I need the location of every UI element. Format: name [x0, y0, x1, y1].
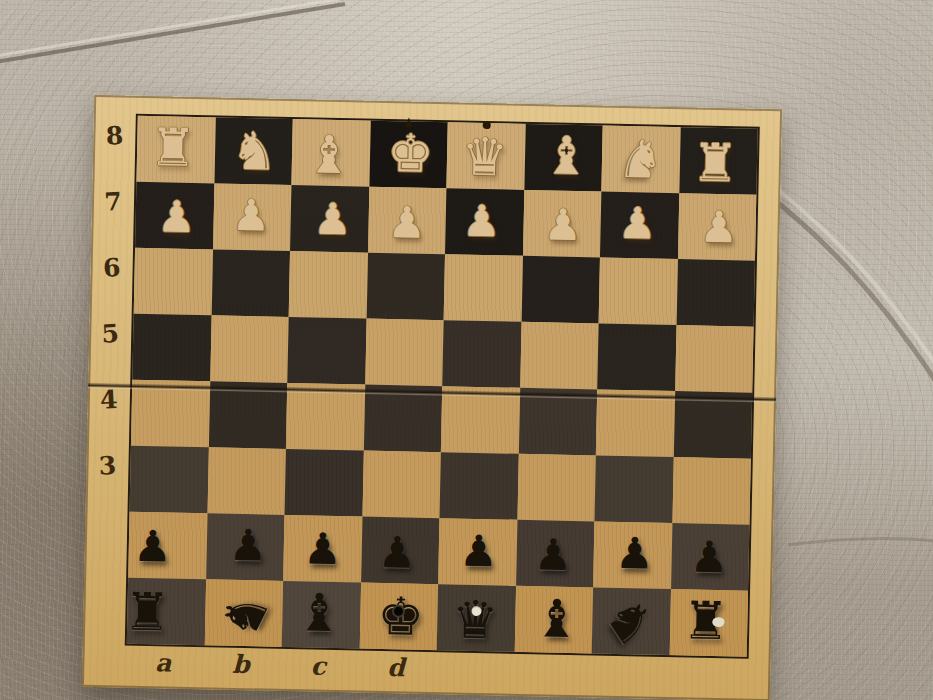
square-b7[interactable]: ♟	[213, 183, 292, 251]
square-g6[interactable]	[599, 257, 678, 325]
chess-board: ♜♞♝♚♛♝♞♜♟♟♟♟♟♟♟♟♟♟♟♟♟♟♟♟♜♞♝♚♛♝♞♜ 876543 …	[82, 95, 782, 700]
square-f8[interactable]: ♝	[524, 124, 603, 192]
square-b6[interactable]	[211, 249, 290, 317]
rank-label-3: 3	[94, 451, 121, 481]
piece-white-pawn[interactable]: ♟	[699, 205, 738, 249]
square-c2[interactable]: ♟	[283, 515, 362, 583]
square-c7[interactable]: ♟	[290, 185, 369, 253]
piece-white-pawn[interactable]: ♟	[231, 193, 270, 237]
square-d5[interactable]	[365, 319, 444, 387]
file-label-b: b	[226, 650, 257, 680]
piece-white-knight[interactable]: ♞	[617, 133, 665, 186]
piece-black-king[interactable]: ♚	[377, 590, 425, 643]
square-c3[interactable]	[285, 449, 364, 517]
square-f5[interactable]	[520, 322, 599, 390]
piece-white-king[interactable]: ♚	[387, 127, 435, 180]
file-label-d: d	[381, 653, 412, 683]
piece-black-rook[interactable]: ♜	[123, 586, 171, 639]
square-h5[interactable]	[675, 325, 754, 393]
piece-black-queen[interactable]: ♛	[451, 593, 499, 646]
square-a3[interactable]	[130, 446, 209, 514]
piece-white-pawn[interactable]: ♟	[543, 203, 582, 247]
square-b8[interactable]: ♞	[214, 117, 293, 185]
square-g2[interactable]: ♟	[593, 521, 672, 589]
square-b2[interactable]: ♟	[206, 513, 285, 581]
rank-label-8: 8	[101, 121, 128, 151]
square-b1[interactable]: ♞	[204, 579, 283, 647]
square-c8[interactable]: ♝	[291, 119, 370, 187]
square-d8[interactable]: ♚	[369, 121, 448, 189]
square-a6[interactable]	[134, 248, 213, 316]
square-f6[interactable]	[521, 256, 600, 324]
square-e2[interactable]: ♟	[438, 518, 517, 586]
rank-label-6: 6	[98, 253, 125, 283]
square-f7[interactable]: ♟	[522, 190, 601, 258]
square-a8[interactable]: ♜	[136, 116, 215, 184]
rank-label-5: 5	[97, 319, 124, 349]
piece-black-pawn[interactable]: ♟	[228, 523, 267, 567]
piece-white-pawn[interactable]: ♟	[157, 195, 196, 239]
square-h3[interactable]	[672, 457, 751, 525]
square-g7[interactable]: ♟	[600, 192, 679, 260]
square-a5[interactable]	[132, 314, 211, 382]
piece-black-bishop[interactable]: ♝	[295, 586, 343, 639]
square-b5[interactable]	[210, 315, 289, 383]
rank-label-4: 4	[95, 385, 122, 415]
file-label-a: a	[148, 648, 179, 678]
piece-white-rook[interactable]: ♜	[149, 121, 197, 174]
square-h1[interactable]: ♜	[669, 589, 748, 657]
square-b3[interactable]	[207, 447, 286, 515]
square-a1[interactable]: ♜	[127, 578, 206, 646]
piece-black-pawn[interactable]: ♟	[533, 533, 572, 577]
piece-black-pawn[interactable]: ♟	[615, 531, 654, 575]
piece-white-queen[interactable]: ♛	[461, 131, 509, 184]
piece-white-bishop[interactable]: ♝	[543, 129, 591, 182]
square-c6[interactable]	[289, 251, 368, 319]
square-h2[interactable]: ♟	[671, 523, 750, 591]
square-f3[interactable]	[517, 454, 596, 522]
piece-white-pawn[interactable]: ♟	[313, 197, 352, 241]
file-label-c: c	[303, 651, 334, 681]
square-g1[interactable]: ♞	[592, 587, 671, 655]
piece-black-pawn[interactable]: ♟	[689, 535, 728, 579]
square-a7[interactable]: ♟	[135, 182, 214, 250]
scene: { "game": "chess", "scene": { "setting":…	[0, 0, 933, 700]
piece-white-knight[interactable]: ♞	[231, 125, 279, 178]
square-d3[interactable]	[362, 451, 441, 519]
square-h8[interactable]: ♜	[679, 127, 758, 195]
piece-black-pawn[interactable]: ♟	[133, 524, 172, 568]
piece-black-pawn[interactable]: ♟	[377, 530, 416, 574]
square-g5[interactable]	[597, 323, 676, 391]
piece-black-bishop[interactable]: ♝	[533, 592, 581, 645]
square-a2[interactable]: ♟	[128, 512, 207, 580]
rank-label-7: 7	[99, 187, 126, 217]
piece-white-pawn[interactable]: ♟	[387, 201, 426, 245]
piece-white-bishop[interactable]: ♝	[305, 128, 353, 181]
square-d6[interactable]	[366, 253, 445, 321]
square-d7[interactable]: ♟	[368, 187, 447, 255]
square-d2[interactable]: ♟	[361, 517, 440, 585]
square-h6[interactable]	[676, 259, 755, 327]
square-e1[interactable]: ♛	[437, 584, 516, 652]
square-d1[interactable]: ♚	[359, 583, 438, 651]
piece-white-pawn[interactable]: ♟	[618, 201, 657, 245]
piece-white-rook[interactable]: ♜	[691, 136, 739, 189]
square-g3[interactable]	[594, 455, 673, 523]
square-c1[interactable]: ♝	[282, 581, 361, 649]
piece-mark-dark-point-d8	[405, 117, 413, 127]
square-c5[interactable]	[287, 317, 366, 385]
square-f1[interactable]: ♝	[514, 586, 593, 654]
square-f2[interactable]: ♟	[516, 520, 595, 588]
piece-white-pawn[interactable]: ♟	[462, 199, 501, 243]
square-e8[interactable]: ♛	[446, 122, 525, 190]
square-g8[interactable]: ♞	[601, 126, 680, 194]
square-e5[interactable]	[442, 320, 521, 388]
square-e7[interactable]: ♟	[445, 188, 524, 256]
piece-black-knight[interactable]: ♞	[211, 582, 278, 647]
piece-black-pawn[interactable]: ♟	[303, 527, 342, 571]
square-h7[interactable]: ♟	[677, 193, 756, 261]
square-e6[interactable]	[444, 254, 523, 322]
piece-black-knight[interactable]: ♞	[597, 588, 666, 656]
square-e3[interactable]	[439, 452, 518, 520]
piece-black-pawn[interactable]: ♟	[459, 529, 498, 573]
